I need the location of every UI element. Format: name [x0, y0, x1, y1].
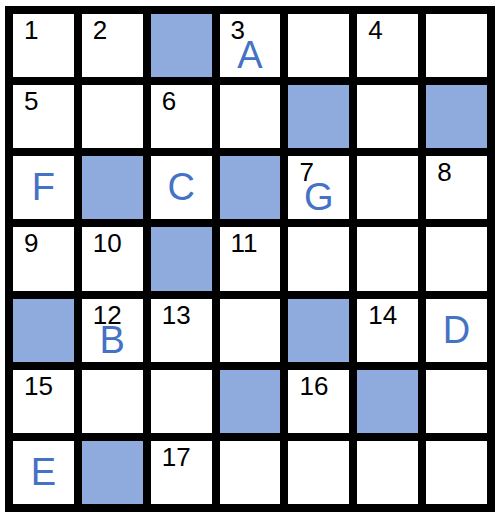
- clue-number-8: 8: [437, 158, 451, 187]
- cell-r7c6-open[interactable]: [357, 441, 418, 504]
- cell-r5c6-open[interactable]: 14: [357, 299, 418, 362]
- cell-r1c7-open[interactable]: [426, 14, 487, 77]
- cell-r5c5-blocked: [288, 299, 349, 362]
- marker-letter-A: A: [220, 36, 281, 74]
- cell-r7c4-open[interactable]: [220, 441, 281, 504]
- cell-r4c7-open[interactable]: [426, 227, 487, 290]
- cell-r4c6-open[interactable]: [357, 227, 418, 290]
- cell-r6c7-open[interactable]: [426, 370, 487, 433]
- marker-letter-B: B: [82, 321, 143, 359]
- cell-r3c5-open[interactable]: 7G: [288, 156, 349, 219]
- cell-r2c5-blocked: [288, 85, 349, 148]
- clue-number-5: 5: [24, 87, 38, 116]
- cell-r1c6-open[interactable]: 4: [357, 14, 418, 77]
- clue-number-1: 1: [24, 16, 38, 45]
- cell-r2c7-blocked: [426, 85, 487, 148]
- cell-r6c3-open[interactable]: [151, 370, 212, 433]
- clue-number-9: 9: [24, 229, 38, 258]
- cell-r4c1-open[interactable]: 9: [13, 227, 74, 290]
- cell-r1c5-open[interactable]: [288, 14, 349, 77]
- cell-r4c3-blocked: [151, 227, 212, 290]
- marker-letter-F: F: [13, 156, 74, 219]
- cell-r3c1-open[interactable]: F: [13, 156, 74, 219]
- cell-r7c2-blocked: [82, 441, 143, 504]
- cell-r7c5-open[interactable]: [288, 441, 349, 504]
- cell-r5c3-open[interactable]: 13: [151, 299, 212, 362]
- clue-number-16: 16: [299, 372, 328, 401]
- cell-r3c4-blocked: [220, 156, 281, 219]
- cell-r1c1-open[interactable]: 1: [13, 14, 74, 77]
- clue-number-6: 6: [162, 87, 176, 116]
- cell-r4c2-open[interactable]: 10: [82, 227, 143, 290]
- cell-r1c3-blocked: [151, 14, 212, 77]
- cell-r5c7-open[interactable]: D: [426, 299, 487, 362]
- marker-letter-D: D: [426, 299, 487, 362]
- clue-number-15: 15: [24, 372, 53, 401]
- cell-r6c6-blocked: [357, 370, 418, 433]
- cell-r6c2-open[interactable]: [82, 370, 143, 433]
- clue-number-17: 17: [162, 443, 191, 472]
- cell-r2c3-open[interactable]: 6: [151, 85, 212, 148]
- cell-r1c4-open[interactable]: 3A: [220, 14, 281, 77]
- cell-r6c5-open[interactable]: 16: [288, 370, 349, 433]
- cell-r7c3-open[interactable]: 17: [151, 441, 212, 504]
- cell-r4c4-open[interactable]: 11: [220, 227, 281, 290]
- clue-number-11: 11: [231, 229, 258, 258]
- cell-r7c7-open[interactable]: [426, 441, 487, 504]
- cell-r6c1-open[interactable]: 15: [13, 370, 74, 433]
- cell-r2c4-open[interactable]: [220, 85, 281, 148]
- cell-r2c1-open[interactable]: 5: [13, 85, 74, 148]
- cell-r3c7-open[interactable]: 8: [426, 156, 487, 219]
- marker-letter-G: G: [288, 178, 349, 216]
- cell-r1c2-open[interactable]: 2: [82, 14, 143, 77]
- clue-number-4: 4: [368, 16, 382, 45]
- clue-number-2: 2: [93, 16, 107, 45]
- cell-r6c4-blocked: [220, 370, 281, 433]
- cell-r7c1-open[interactable]: E: [13, 441, 74, 504]
- cell-r2c2-open[interactable]: [82, 85, 143, 148]
- cell-r5c1-blocked: [13, 299, 74, 362]
- cell-r4c5-open[interactable]: [288, 227, 349, 290]
- clue-number-10: 10: [93, 229, 122, 258]
- cell-r2c6-open[interactable]: [357, 85, 418, 148]
- crossword-board: 123A456FC7G89101112B1314D1516E17: [5, 6, 495, 512]
- clue-number-14: 14: [368, 301, 397, 330]
- cell-r5c4-open[interactable]: [220, 299, 281, 362]
- marker-letter-E: E: [13, 441, 74, 504]
- clue-number-13: 13: [162, 301, 191, 330]
- marker-letter-C: C: [151, 156, 212, 219]
- cell-r3c2-blocked: [82, 156, 143, 219]
- cell-r5c2-open[interactable]: 12B: [82, 299, 143, 362]
- cell-r3c6-open[interactable]: [357, 156, 418, 219]
- cell-r3c3-open[interactable]: C: [151, 156, 212, 219]
